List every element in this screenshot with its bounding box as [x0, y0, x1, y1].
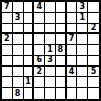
sudoku-cell-empty[interactable] — [77, 67, 88, 78]
sudoku-cell-empty[interactable] — [2, 77, 13, 88]
sudoku-cell-empty[interactable] — [77, 24, 88, 35]
sudoku-cell-empty[interactable] — [2, 67, 13, 78]
sudoku-cell-given: 2 — [88, 24, 99, 35]
sudoku-cell-given: 8 — [56, 45, 67, 56]
sudoku-cell-empty[interactable] — [56, 77, 67, 88]
sudoku-cell-empty[interactable] — [13, 2, 24, 13]
sudoku-cell-empty[interactable] — [2, 13, 13, 24]
sudoku-cell-empty[interactable] — [13, 24, 24, 35]
sudoku-cell-given: 8 — [13, 88, 24, 99]
sudoku-cell-empty[interactable] — [56, 24, 67, 35]
sudoku-cell-empty[interactable] — [67, 56, 78, 67]
sudoku-cell-empty[interactable] — [34, 34, 45, 45]
sudoku-cell-empty[interactable] — [24, 45, 35, 56]
sudoku-cell-empty[interactable] — [77, 77, 88, 88]
sudoku-cell-empty[interactable] — [56, 56, 67, 67]
sudoku-cell-given: 2 — [2, 34, 13, 45]
sudoku-cell-empty[interactable] — [13, 34, 24, 45]
sudoku-cell-empty[interactable] — [45, 24, 56, 35]
sudoku-cell-empty[interactable] — [88, 56, 99, 67]
sudoku-cell-empty[interactable] — [45, 88, 56, 99]
sudoku-cell-given: 3 — [45, 56, 56, 67]
sudoku-cell-empty[interactable] — [77, 56, 88, 67]
sudoku-cell-empty[interactable] — [2, 56, 13, 67]
sudoku-cell-empty[interactable] — [24, 13, 35, 24]
sudoku-cell-empty[interactable] — [2, 24, 13, 35]
sudoku-cell-empty[interactable] — [13, 77, 24, 88]
sudoku-cell-empty[interactable] — [88, 13, 99, 24]
sudoku-cell-empty[interactable] — [45, 13, 56, 24]
sudoku-cell-empty[interactable] — [34, 77, 45, 88]
sudoku-cell-empty[interactable] — [67, 88, 78, 99]
sudoku-cell-given: 7 — [2, 2, 13, 13]
sudoku-board: 74331227186324518 — [0, 0, 101, 101]
sudoku-cell-empty[interactable] — [34, 24, 45, 35]
sudoku-cell-empty[interactable] — [24, 24, 35, 35]
sudoku-cell-empty[interactable] — [34, 45, 45, 56]
sudoku-cell-empty[interactable] — [45, 2, 56, 13]
sudoku-cell-empty[interactable] — [34, 13, 45, 24]
sudoku-cell-empty[interactable] — [88, 88, 99, 99]
sudoku-cell-empty[interactable] — [13, 45, 24, 56]
sudoku-cell-empty[interactable] — [56, 88, 67, 99]
sudoku-cell-empty[interactable] — [2, 88, 13, 99]
sudoku-cell-given: 6 — [34, 56, 45, 67]
sudoku-cell-empty[interactable] — [67, 77, 78, 88]
sudoku-cell-given: 1 — [45, 45, 56, 56]
sudoku-cell-given: 4 — [67, 67, 78, 78]
sudoku-cell-empty[interactable] — [24, 88, 35, 99]
sudoku-cell-empty[interactable] — [56, 13, 67, 24]
sudoku-cell-given: 1 — [24, 77, 35, 88]
sudoku-cell-given: 7 — [67, 34, 78, 45]
sudoku-cell-empty[interactable] — [34, 88, 45, 99]
sudoku-cell-given: 3 — [77, 2, 88, 13]
sudoku-cell-empty[interactable] — [88, 77, 99, 88]
sudoku-cell-empty[interactable] — [13, 56, 24, 67]
sudoku-cell-empty[interactable] — [45, 34, 56, 45]
sudoku-cell-given: 1 — [77, 13, 88, 24]
sudoku-cell-empty[interactable] — [77, 34, 88, 45]
sudoku-cell-empty[interactable] — [56, 2, 67, 13]
sudoku-cell-empty[interactable] — [2, 45, 13, 56]
sudoku-cell-given: 3 — [13, 13, 24, 24]
sudoku-cell-empty[interactable] — [24, 56, 35, 67]
sudoku-cell-given: 4 — [34, 2, 45, 13]
sudoku-cell-given: 5 — [88, 67, 99, 78]
sudoku-cell-empty[interactable] — [45, 67, 56, 78]
sudoku-cell-empty[interactable] — [67, 24, 78, 35]
sudoku-cell-empty[interactable] — [88, 45, 99, 56]
sudoku-cell-empty[interactable] — [88, 2, 99, 13]
sudoku-cell-given: 2 — [34, 67, 45, 78]
sudoku-cell-empty[interactable] — [77, 45, 88, 56]
sudoku-cell-empty[interactable] — [67, 45, 78, 56]
sudoku-cell-empty[interactable] — [13, 67, 24, 78]
sudoku-cell-empty[interactable] — [56, 34, 67, 45]
sudoku-cell-empty[interactable] — [24, 67, 35, 78]
sudoku-cell-empty[interactable] — [88, 34, 99, 45]
sudoku-cell-empty[interactable] — [56, 67, 67, 78]
sudoku-cell-empty[interactable] — [24, 2, 35, 13]
sudoku-cell-empty[interactable] — [24, 34, 35, 45]
sudoku-cell-empty[interactable] — [67, 2, 78, 13]
sudoku-cell-empty[interactable] — [45, 77, 56, 88]
sudoku-cell-empty[interactable] — [67, 13, 78, 24]
sudoku-cell-empty[interactable] — [77, 88, 88, 99]
